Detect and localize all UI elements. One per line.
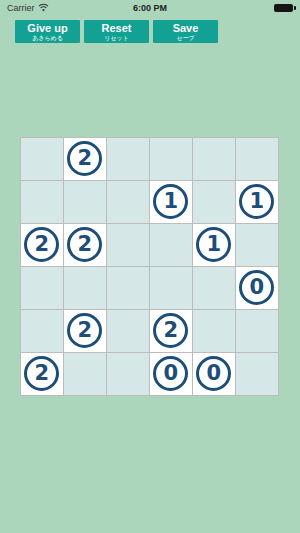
clue-circle: 1 bbox=[239, 184, 274, 219]
clue-circle: 1 bbox=[153, 184, 188, 219]
wifi-icon bbox=[38, 3, 49, 14]
clue-circle: 0 bbox=[239, 270, 274, 305]
cell-r6c1: 2 bbox=[21, 353, 63, 395]
cell-r1c3[interactable] bbox=[107, 138, 149, 180]
cell-r5c3[interactable] bbox=[107, 310, 149, 352]
cell-r3c4[interactable] bbox=[150, 224, 192, 266]
toolbar: Give up あきらめる Reset リセット Save セーブ bbox=[15, 20, 218, 43]
clue-circle: 2 bbox=[67, 313, 102, 348]
clue-circle: 2 bbox=[153, 313, 188, 348]
clue-circle: 0 bbox=[196, 356, 231, 391]
battery-icon bbox=[274, 4, 293, 12]
cell-r3c5: 1 bbox=[193, 224, 235, 266]
give-up-button[interactable]: Give up あきらめる bbox=[15, 20, 80, 43]
cell-r6c4: 0 bbox=[150, 353, 192, 395]
cell-r4c1[interactable] bbox=[21, 267, 63, 309]
cell-r3c3[interactable] bbox=[107, 224, 149, 266]
carrier-label: Carrier bbox=[7, 3, 35, 13]
cell-r5c4: 2 bbox=[150, 310, 192, 352]
cell-r3c2: 2 bbox=[64, 224, 106, 266]
cell-r1c5[interactable] bbox=[193, 138, 235, 180]
clue-circle: 1 bbox=[196, 227, 231, 262]
clue-circle: 2 bbox=[67, 227, 102, 262]
cell-r6c2[interactable] bbox=[64, 353, 106, 395]
cell-r4c6: 0 bbox=[236, 267, 278, 309]
cell-r4c4[interactable] bbox=[150, 267, 192, 309]
cell-r2c6: 1 bbox=[236, 181, 278, 223]
cell-r5c5[interactable] bbox=[193, 310, 235, 352]
give-up-label: Give up bbox=[27, 23, 67, 34]
cell-r2c3[interactable] bbox=[107, 181, 149, 223]
cell-r6c6[interactable] bbox=[236, 353, 278, 395]
cell-r4c2[interactable] bbox=[64, 267, 106, 309]
give-up-sublabel: あきらめる bbox=[32, 35, 63, 42]
status-bar: Carrier 6:00 PM bbox=[0, 0, 300, 16]
clue-circle: 2 bbox=[67, 141, 102, 176]
board: 211221022200 bbox=[20, 137, 279, 396]
cell-r2c1[interactable] bbox=[21, 181, 63, 223]
cell-r1c6[interactable] bbox=[236, 138, 278, 180]
cell-r5c2: 2 bbox=[64, 310, 106, 352]
reset-label: Reset bbox=[102, 23, 132, 34]
cell-r5c6[interactable] bbox=[236, 310, 278, 352]
cell-r6c3[interactable] bbox=[107, 353, 149, 395]
cell-r4c5[interactable] bbox=[193, 267, 235, 309]
reset-sublabel: リセット bbox=[104, 35, 129, 42]
clue-circle: 2 bbox=[24, 356, 59, 391]
cell-r4c3[interactable] bbox=[107, 267, 149, 309]
cell-r5c1[interactable] bbox=[21, 310, 63, 352]
clue-circle: 0 bbox=[153, 356, 188, 391]
cell-r1c2: 2 bbox=[64, 138, 106, 180]
save-button[interactable]: Save セーブ bbox=[153, 20, 218, 43]
cell-r2c4: 1 bbox=[150, 181, 192, 223]
cell-r1c1[interactable] bbox=[21, 138, 63, 180]
clue-circle: 2 bbox=[24, 227, 59, 262]
cell-r2c2[interactable] bbox=[64, 181, 106, 223]
cell-r3c6[interactable] bbox=[236, 224, 278, 266]
cell-r2c5[interactable] bbox=[193, 181, 235, 223]
cell-r6c5: 0 bbox=[193, 353, 235, 395]
cell-r3c1: 2 bbox=[21, 224, 63, 266]
cell-r1c4[interactable] bbox=[150, 138, 192, 180]
save-label: Save bbox=[173, 23, 199, 34]
reset-button[interactable]: Reset リセット bbox=[84, 20, 149, 43]
save-sublabel: セーブ bbox=[176, 35, 194, 42]
